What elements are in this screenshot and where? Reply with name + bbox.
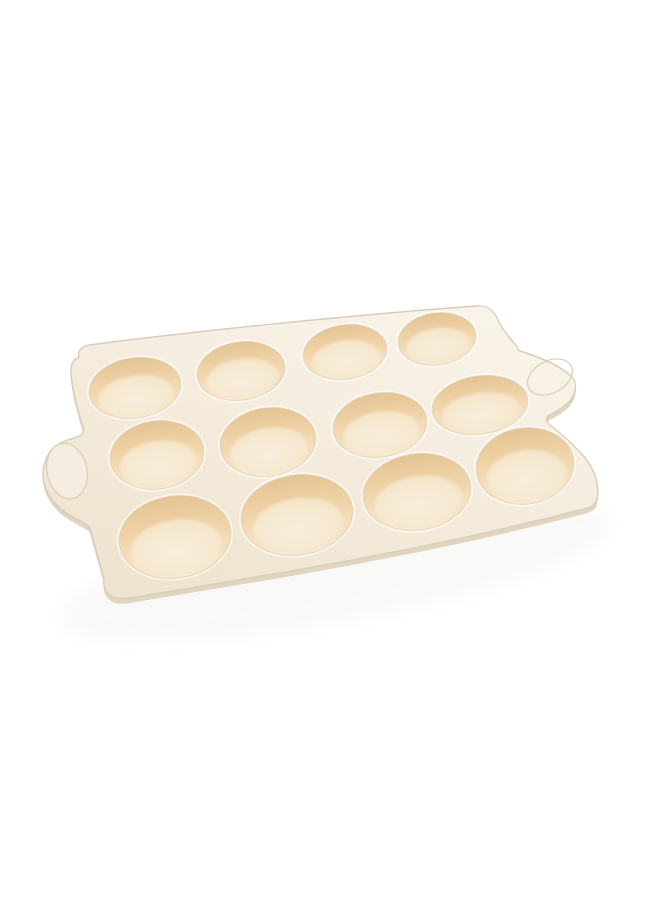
product-photo xyxy=(0,0,660,900)
muffin-pan-illustration xyxy=(0,0,660,900)
